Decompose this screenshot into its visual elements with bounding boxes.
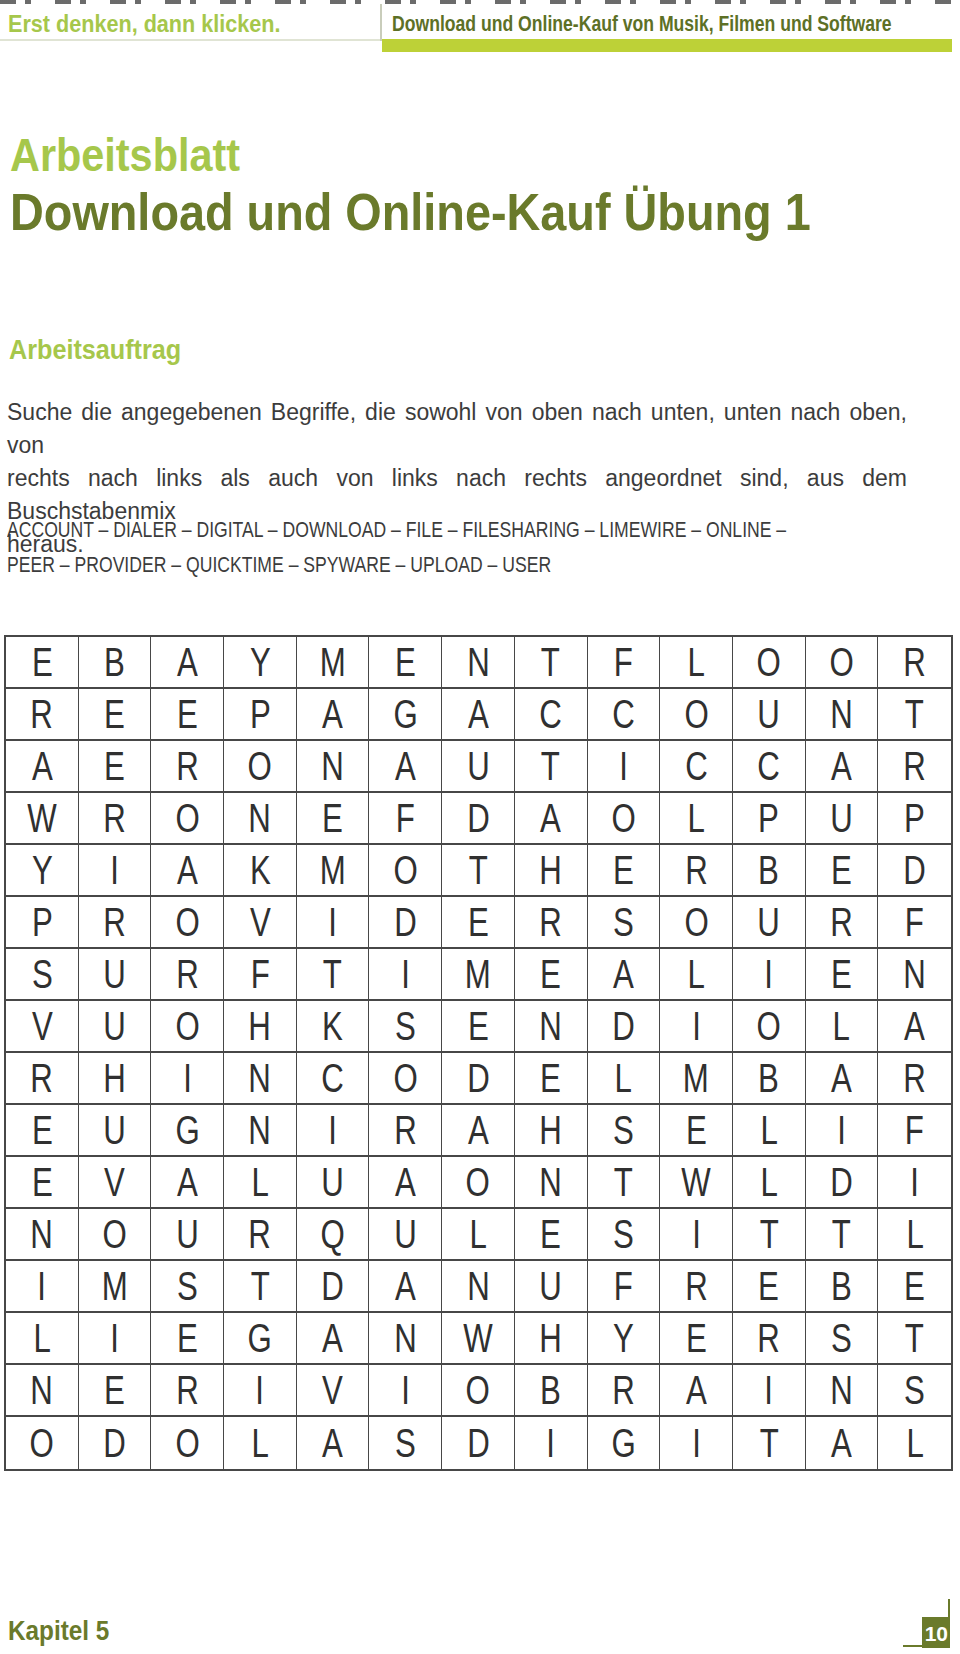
grid-letter: E xyxy=(31,642,52,682)
grid-cell-r14c3: E xyxy=(151,1313,224,1365)
grid-cell-r3c4: O xyxy=(224,741,297,793)
grid-letter: U xyxy=(321,1162,344,1202)
grid-letter: E xyxy=(540,954,561,994)
grid-letter: S xyxy=(31,954,52,994)
grid-cell-r10c5: I xyxy=(297,1105,370,1157)
grid-letter: L xyxy=(687,642,704,682)
grid-letter: I xyxy=(692,1006,701,1046)
grid-letter: I xyxy=(38,1266,47,1306)
grid-cell-r16c12: A xyxy=(806,1417,879,1469)
grid-cell-r8c1: V xyxy=(6,1001,79,1053)
grid-letter: L xyxy=(469,1214,486,1254)
grid-letter: T xyxy=(541,746,560,786)
grid-letter: R xyxy=(830,902,853,942)
grid-letter: O xyxy=(829,642,853,682)
grid-cell-r14c10: E xyxy=(660,1313,733,1365)
grid-letter: E xyxy=(904,1266,925,1306)
grid-cell-r14c1: L xyxy=(6,1313,79,1365)
grid-letter: T xyxy=(250,1266,269,1306)
grid-letter: P xyxy=(904,798,925,838)
grid-letter: D xyxy=(467,798,490,838)
grid-cell-r6c9: S xyxy=(588,897,661,949)
grid-cell-r11c13: I xyxy=(878,1157,951,1209)
page-top-crop-artifact xyxy=(0,0,952,4)
grid-letter: A xyxy=(395,1162,416,1202)
grid-cell-r16c5: A xyxy=(297,1417,370,1469)
grid-letter: R xyxy=(903,642,926,682)
grid-cell-r2c10: O xyxy=(660,689,733,741)
grid-letter: E xyxy=(31,1110,52,1150)
grid-cell-r12c6: U xyxy=(369,1209,442,1261)
grid-cell-r2c7: A xyxy=(442,689,515,741)
grid-cell-r15c13: S xyxy=(878,1365,951,1417)
grid-letter: S xyxy=(613,1214,634,1254)
page-title: Download und Online-Kauf Übung 1 xyxy=(10,182,900,242)
grid-letter: E xyxy=(395,642,416,682)
grid-letter: N xyxy=(249,798,272,838)
grid-letter: R xyxy=(31,1058,54,1098)
grid-letter: U xyxy=(176,1214,199,1254)
grid-letter: O xyxy=(175,902,199,942)
grid-letter: L xyxy=(906,1423,923,1463)
grid-letter: A xyxy=(831,746,852,786)
grid-letter: E xyxy=(104,694,125,734)
footer-chapter-label: Kapitel 5 xyxy=(8,1616,121,1647)
grid-letter: E xyxy=(686,1110,707,1150)
grid-letter: E xyxy=(104,1370,125,1410)
grid-letter: F xyxy=(905,1110,924,1150)
grid-letter: W xyxy=(681,1162,710,1202)
grid-cell-r3c12: A xyxy=(806,741,879,793)
grid-letter: A xyxy=(31,746,52,786)
grid-cell-r7c5: T xyxy=(297,949,370,1001)
grid-cell-r2c8: C xyxy=(515,689,588,741)
grid-letter: C xyxy=(321,1058,344,1098)
grid-letter: O xyxy=(175,1423,199,1463)
page-title-text: Download und Online-Kauf Übung 1 xyxy=(10,182,811,242)
grid-letter: T xyxy=(541,642,560,682)
grid-cell-r6c13: F xyxy=(878,897,951,949)
header-chapter-title: Download und Online-Kauf von Musik, Film… xyxy=(392,11,960,37)
grid-letter: T xyxy=(614,1162,633,1202)
grid-cell-r15c1: N xyxy=(6,1365,79,1417)
grid-letter: U xyxy=(757,902,780,942)
task-section-heading: Arbeitsauftrag xyxy=(9,334,200,366)
grid-letter: D xyxy=(321,1266,344,1306)
grid-letter: A xyxy=(904,1006,925,1046)
grid-cell-r12c10: I xyxy=(660,1209,733,1261)
grid-letter: E xyxy=(831,954,852,994)
grid-letter: I xyxy=(692,1214,701,1254)
grid-cell-r9c13: R xyxy=(878,1053,951,1105)
grid-cell-r5c12: E xyxy=(806,845,879,897)
grid-cell-r2c3: E xyxy=(151,689,224,741)
grid-cell-r3c11: C xyxy=(733,741,806,793)
grid-cell-r9c3: I xyxy=(151,1053,224,1105)
grid-letter: R xyxy=(685,850,708,890)
grid-letter: A xyxy=(177,850,198,890)
grid-cell-r14c2: I xyxy=(79,1313,152,1365)
grid-cell-r5c3: A xyxy=(151,845,224,897)
grid-letter: M xyxy=(320,642,346,682)
grid-cell-r16c3: O xyxy=(151,1417,224,1469)
grid-letter: R xyxy=(903,746,926,786)
grid-cell-r10c7: A xyxy=(442,1105,515,1157)
header-slogan: Erst denken, dann klicken. xyxy=(8,10,311,38)
grid-letter: F xyxy=(905,902,924,942)
grid-cell-r8c6: S xyxy=(369,1001,442,1053)
grid-cell-r4c8: A xyxy=(515,793,588,845)
grid-cell-r8c9: D xyxy=(588,1001,661,1053)
grid-letter: M xyxy=(683,1058,709,1098)
grid-cell-r2c13: T xyxy=(878,689,951,741)
grid-cell-r15c12: N xyxy=(806,1365,879,1417)
grid-letter: E xyxy=(177,694,198,734)
grid-cell-r14c9: Y xyxy=(588,1313,661,1365)
grid-letter: B xyxy=(831,1266,852,1306)
grid-cell-r1c11: O xyxy=(733,637,806,689)
grid-cell-r11c6: A xyxy=(369,1157,442,1209)
grid-letter: U xyxy=(757,694,780,734)
grid-letter: I xyxy=(183,1058,192,1098)
worksheet-kicker-text: Arbeitsblatt xyxy=(10,128,240,182)
grid-cell-r8c2: U xyxy=(79,1001,152,1053)
grid-letter: R xyxy=(176,1370,199,1410)
grid-letter: U xyxy=(103,1110,126,1150)
grid-cell-r15c4: I xyxy=(224,1365,297,1417)
grid-letter: M xyxy=(102,1266,128,1306)
grid-cell-r1c13: R xyxy=(878,637,951,689)
grid-cell-r5c8: H xyxy=(515,845,588,897)
grid-letter: O xyxy=(393,1058,417,1098)
grid-cell-r4c2: R xyxy=(79,793,152,845)
grid-cell-r7c7: M xyxy=(442,949,515,1001)
grid-cell-r9c10: M xyxy=(660,1053,733,1105)
grid-cell-r13c4: T xyxy=(224,1261,297,1313)
grid-cell-r2c9: C xyxy=(588,689,661,741)
word-search-grid: EBAYMENTFLOORREEPAGACCOUNTAERONAUTICCARW… xyxy=(4,635,953,1471)
grid-letter: E xyxy=(468,1006,489,1046)
grid-cell-r14c5: A xyxy=(297,1313,370,1365)
word-list-line-1-text: ACCOUNT – DIALER – DIGITAL – DOWNLOAD – … xyxy=(7,512,786,547)
grid-letter: O xyxy=(248,746,272,786)
grid-cell-r7c9: A xyxy=(588,949,661,1001)
grid-cell-r10c10: E xyxy=(660,1105,733,1157)
grid-letter: I xyxy=(910,1162,919,1202)
grid-cell-r8c10: I xyxy=(660,1001,733,1053)
grid-cell-r9c2: H xyxy=(79,1053,152,1105)
grid-cell-r5c2: I xyxy=(79,845,152,897)
grid-cell-r5c7: T xyxy=(442,845,515,897)
grid-cell-r3c8: T xyxy=(515,741,588,793)
grid-cell-r11c1: E xyxy=(6,1157,79,1209)
grid-letter: I xyxy=(401,954,410,994)
grid-letter: C xyxy=(539,694,562,734)
grid-cell-r15c7: O xyxy=(442,1365,515,1417)
grid-cell-r6c2: R xyxy=(79,897,152,949)
grid-cell-r13c11: E xyxy=(733,1261,806,1313)
grid-letter: H xyxy=(539,1110,562,1150)
grid-cell-r1c4: Y xyxy=(224,637,297,689)
grid-letter: N xyxy=(830,1370,853,1410)
grid-cell-r12c13: L xyxy=(878,1209,951,1261)
grid-letter: E xyxy=(540,1214,561,1254)
grid-cell-r16c4: L xyxy=(224,1417,297,1469)
grid-cell-r14c13: T xyxy=(878,1313,951,1365)
grid-cell-r8c13: A xyxy=(878,1001,951,1053)
grid-cell-r10c6: R xyxy=(369,1105,442,1157)
grid-cell-r6c11: U xyxy=(733,897,806,949)
grid-letter: O xyxy=(393,850,417,890)
grid-letter: N xyxy=(321,746,344,786)
grid-cell-r4c7: D xyxy=(442,793,515,845)
footer-chapter-text: Kapitel 5 xyxy=(8,1616,109,1647)
grid-letter: Y xyxy=(31,850,52,890)
grid-cell-r14c11: R xyxy=(733,1313,806,1365)
grid-cell-r7c13: N xyxy=(878,949,951,1001)
grid-letter: P xyxy=(758,798,779,838)
grid-letter: T xyxy=(759,1423,778,1463)
grid-letter: L xyxy=(760,1110,777,1150)
grid-letter: S xyxy=(177,1266,198,1306)
task-section-heading-text: Arbeitsauftrag xyxy=(9,334,181,366)
grid-letter: I xyxy=(619,746,628,786)
grid-letter: O xyxy=(466,1162,490,1202)
grid-letter: V xyxy=(322,1370,343,1410)
page-number-vertical-line xyxy=(948,1599,950,1617)
grid-cell-r12c7: L xyxy=(442,1209,515,1261)
grid-cell-r10c1: E xyxy=(6,1105,79,1157)
grid-letter: O xyxy=(175,798,199,838)
grid-letter: L xyxy=(906,1214,923,1254)
grid-letter: B xyxy=(758,1058,779,1098)
grid-letter: I xyxy=(692,1423,701,1463)
grid-letter: G xyxy=(611,1423,635,1463)
grid-letter: P xyxy=(249,694,270,734)
grid-cell-r11c12: D xyxy=(806,1157,879,1209)
grid-letter: P xyxy=(31,902,52,942)
grid-letter: C xyxy=(685,746,708,786)
grid-letter: R xyxy=(394,1110,417,1150)
grid-cell-r6c1: P xyxy=(6,897,79,949)
grid-letter: U xyxy=(394,1214,417,1254)
grid-cell-r7c12: E xyxy=(806,949,879,1001)
page-number-badge: 10 xyxy=(922,1617,950,1648)
grid-letter: E xyxy=(468,902,489,942)
grid-cell-r9c6: O xyxy=(369,1053,442,1105)
grid-letter: I xyxy=(764,954,773,994)
grid-cell-r7c11: I xyxy=(733,949,806,1001)
grid-letter: R xyxy=(176,954,199,994)
grid-letter: R xyxy=(903,1058,926,1098)
grid-cell-r6c5: I xyxy=(297,897,370,949)
grid-cell-r12c2: O xyxy=(79,1209,152,1261)
grid-cell-r2c2: E xyxy=(79,689,152,741)
header-chapter-title-text: Download und Online-Kauf von Musik, Film… xyxy=(392,11,892,37)
grid-cell-r10c9: S xyxy=(588,1105,661,1157)
grid-letter: R xyxy=(612,1370,635,1410)
grid-cell-r9c11: B xyxy=(733,1053,806,1105)
grid-letter: H xyxy=(249,1006,272,1046)
grid-cell-r1c7: N xyxy=(442,637,515,689)
grid-cell-r4c12: U xyxy=(806,793,879,845)
grid-letter: B xyxy=(104,642,125,682)
grid-cell-r13c10: R xyxy=(660,1261,733,1313)
grid-letter: E xyxy=(177,1318,198,1358)
grid-cell-r10c4: N xyxy=(224,1105,297,1157)
grid-letter: K xyxy=(322,1006,343,1046)
grid-letter: N xyxy=(830,694,853,734)
grid-cell-r11c5: U xyxy=(297,1157,370,1209)
grid-letter: N xyxy=(31,1370,54,1410)
grid-letter: F xyxy=(614,642,633,682)
grid-cell-r6c3: O xyxy=(151,897,224,949)
grid-letter: U xyxy=(830,798,853,838)
grid-cell-r9c1: R xyxy=(6,1053,79,1105)
grid-cell-r6c7: E xyxy=(442,897,515,949)
grid-letter: O xyxy=(611,798,635,838)
grid-cell-r1c1: E xyxy=(6,637,79,689)
grid-cell-r10c12: I xyxy=(806,1105,879,1157)
grid-cell-r15c8: B xyxy=(515,1365,588,1417)
grid-letter: A xyxy=(177,642,198,682)
grid-letter: O xyxy=(175,1006,199,1046)
grid-cell-r7c10: L xyxy=(660,949,733,1001)
grid-cell-r2c4: P xyxy=(224,689,297,741)
grid-cell-r4c9: O xyxy=(588,793,661,845)
grid-letter: M xyxy=(465,954,491,994)
grid-cell-r13c6: A xyxy=(369,1261,442,1313)
grid-letter: L xyxy=(251,1423,268,1463)
header-underline xyxy=(0,39,380,41)
grid-letter: S xyxy=(395,1423,416,1463)
grid-letter: N xyxy=(903,954,926,994)
grid-cell-r1c3: A xyxy=(151,637,224,689)
grid-cell-r12c5: Q xyxy=(297,1209,370,1261)
grid-cell-r3c9: I xyxy=(588,741,661,793)
grid-cell-r2c12: N xyxy=(806,689,879,741)
grid-cell-r15c6: I xyxy=(369,1365,442,1417)
grid-letter: I xyxy=(110,850,119,890)
grid-letter: D xyxy=(467,1058,490,1098)
grid-cell-r11c4: L xyxy=(224,1157,297,1209)
grid-cell-r15c11: I xyxy=(733,1365,806,1417)
grid-letter: F xyxy=(614,1266,633,1306)
grid-cell-r12c3: U xyxy=(151,1209,224,1261)
grid-letter: S xyxy=(904,1370,925,1410)
grid-letter: N xyxy=(31,1214,54,1254)
grid-letter: O xyxy=(466,1370,490,1410)
grid-cell-r12c9: S xyxy=(588,1209,661,1261)
grid-letter: A xyxy=(468,1110,489,1150)
grid-cell-r15c10: A xyxy=(660,1365,733,1417)
grid-letter: A xyxy=(322,694,343,734)
grid-letter: A xyxy=(613,954,634,994)
grid-cell-r14c12: S xyxy=(806,1313,879,1365)
grid-letter: D xyxy=(467,1423,490,1463)
grid-cell-r6c12: R xyxy=(806,897,879,949)
grid-cell-r1c8: T xyxy=(515,637,588,689)
grid-letter: E xyxy=(613,850,634,890)
grid-cell-r8c11: O xyxy=(733,1001,806,1053)
grid-cell-r8c5: K xyxy=(297,1001,370,1053)
grid-cell-r8c8: N xyxy=(515,1001,588,1053)
grid-cell-r4c11: P xyxy=(733,793,806,845)
grid-letter: A xyxy=(322,1318,343,1358)
grid-letter: R xyxy=(103,798,126,838)
grid-cell-r8c12: L xyxy=(806,1001,879,1053)
grid-cell-r16c8: I xyxy=(515,1417,588,1469)
grid-cell-r13c2: M xyxy=(79,1261,152,1313)
grid-letter: F xyxy=(250,954,269,994)
grid-letter: V xyxy=(31,1006,52,1046)
grid-cell-r13c13: E xyxy=(878,1261,951,1313)
grid-letter: T xyxy=(759,1214,778,1254)
worksheet-kicker: Arbeitsblatt xyxy=(10,128,266,182)
grid-letter: E xyxy=(31,1162,52,1202)
grid-letter: B xyxy=(758,850,779,890)
grid-letter: D xyxy=(830,1162,853,1202)
grid-letter: I xyxy=(256,1370,265,1410)
grid-cell-r4c3: O xyxy=(151,793,224,845)
grid-letter: M xyxy=(320,850,346,890)
grid-letter: S xyxy=(613,1110,634,1150)
task-instructions-line-1: Suche die angegebenen Begriffe, die sowo… xyxy=(7,396,907,462)
grid-cell-r8c4: H xyxy=(224,1001,297,1053)
grid-cell-r2c11: U xyxy=(733,689,806,741)
grid-cell-r12c4: R xyxy=(224,1209,297,1261)
grid-cell-r5c13: D xyxy=(878,845,951,897)
grid-letter: L xyxy=(760,1162,777,1202)
grid-letter: S xyxy=(831,1318,852,1358)
grid-letter: S xyxy=(395,1006,416,1046)
grid-cell-r3c3: R xyxy=(151,741,224,793)
grid-cell-r16c1: O xyxy=(6,1417,79,1469)
grid-cell-r1c6: E xyxy=(369,637,442,689)
grid-letter: R xyxy=(539,902,562,942)
grid-cell-r6c6: D xyxy=(369,897,442,949)
grid-cell-r16c7: D xyxy=(442,1417,515,1469)
grid-letter: L xyxy=(687,798,704,838)
grid-letter: U xyxy=(103,1006,126,1046)
grid-letter: E xyxy=(831,850,852,890)
grid-letter: L xyxy=(687,954,704,994)
grid-cell-r9c9: L xyxy=(588,1053,661,1105)
grid-letter: A xyxy=(177,1162,198,1202)
grid-cell-r11c9: T xyxy=(588,1157,661,1209)
grid-letter: L xyxy=(615,1058,632,1098)
grid-cell-r6c8: R xyxy=(515,897,588,949)
grid-cell-r13c12: B xyxy=(806,1261,879,1313)
grid-cell-r8c3: O xyxy=(151,1001,224,1053)
grid-letter: G xyxy=(248,1318,272,1358)
grid-letter: N xyxy=(394,1318,417,1358)
worksheet-page: Erst denken, dann klicken. Download und … xyxy=(0,0,960,1654)
grid-letter: B xyxy=(540,1370,561,1410)
grid-cell-r15c3: R xyxy=(151,1365,224,1417)
grid-letter: E xyxy=(540,1058,561,1098)
grid-cell-r10c2: U xyxy=(79,1105,152,1157)
page-number-text: 10 xyxy=(925,1622,948,1646)
grid-cell-r16c10: I xyxy=(660,1417,733,1469)
grid-cell-r7c4: F xyxy=(224,949,297,1001)
grid-letter: I xyxy=(546,1423,555,1463)
grid-cell-r16c2: D xyxy=(79,1417,152,1469)
grid-cell-r7c2: U xyxy=(79,949,152,1001)
grid-letter: N xyxy=(249,1058,272,1098)
grid-cell-r2c1: R xyxy=(6,689,79,741)
grid-cell-r10c13: F xyxy=(878,1105,951,1157)
